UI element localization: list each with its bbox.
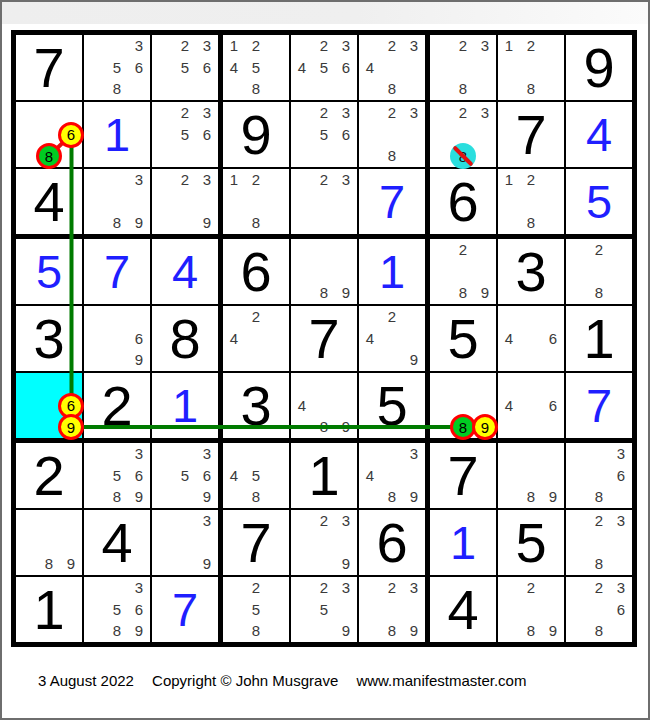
candidate-grid: 389	[84, 169, 150, 234]
candidate-digit: 3	[196, 169, 218, 191]
candidate-digit: 8	[588, 553, 610, 575]
candidate-digit: 3	[335, 577, 357, 599]
cell-r9c3[interactable]: 7	[152, 577, 218, 642]
cell-r4c3[interactable]: 4	[152, 239, 218, 304]
candidate-digit: 5	[106, 465, 128, 487]
candidate-empty	[152, 443, 174, 465]
candidate-digit: 4	[359, 57, 381, 79]
cell-r4c4[interactable]: 6	[223, 239, 289, 304]
candidate-empty	[498, 373, 520, 395]
solved-digit: 7	[379, 178, 405, 225]
candidate-digit: 5	[106, 57, 128, 79]
cell-r3c7[interactable]: 6	[430, 169, 496, 234]
candidate-empty	[106, 577, 128, 599]
candidate-empty	[60, 373, 82, 395]
candidate-empty	[430, 145, 452, 167]
cell-r2c6[interactable]: 238	[359, 102, 425, 167]
cell-r3c4[interactable]: 128	[223, 169, 289, 234]
candidate-digit: 1	[223, 169, 245, 191]
candidate-empty	[566, 239, 588, 261]
candidate-digit: 2	[174, 35, 196, 57]
given-digit: 4	[447, 582, 478, 638]
cell-r7c7[interactable]: 7	[430, 443, 496, 508]
cell-r3c1[interactable]: 4	[16, 169, 82, 234]
candidate-digit: 8	[588, 282, 610, 304]
candidate-digit: 5	[245, 465, 267, 487]
cell-r4c8[interactable]: 3	[498, 239, 564, 304]
candidate-digit: 9	[196, 486, 218, 508]
candidate-grid: 69	[84, 306, 150, 371]
candidate-grid: 239	[152, 169, 218, 234]
candidate-empty	[106, 35, 128, 57]
candidate-digit: 2	[452, 35, 474, 57]
candidate-empty	[403, 78, 425, 100]
cell-r5c4[interactable]: 24	[223, 306, 289, 371]
cell-r8c5[interactable]: 239	[291, 510, 357, 575]
cell-r5c8[interactable]: 46	[498, 306, 564, 371]
candidate-grid: 46	[498, 373, 564, 438]
candidate-empty	[291, 599, 313, 621]
candidate-empty	[452, 57, 474, 79]
candidate-empty	[174, 212, 196, 234]
candidate-empty	[566, 532, 588, 554]
cell-r9c8[interactable]: 289	[498, 577, 564, 642]
candidate-digit: 6	[60, 395, 82, 417]
cell-r3c5[interactable]: 23	[291, 169, 357, 234]
candidate-empty	[106, 306, 128, 328]
candidate-digit: 6	[196, 465, 218, 487]
candidate-digit: 8	[520, 212, 542, 234]
candidate-digit: 3	[128, 35, 150, 57]
cell-r4c1[interactable]: 5	[16, 239, 82, 304]
candidate-empty	[152, 465, 174, 487]
candidate-empty	[498, 577, 520, 599]
candidate-empty	[335, 145, 357, 167]
cell-r5c5[interactable]: 7	[291, 306, 357, 371]
given-digit: 5	[376, 378, 407, 434]
cell-r4c6[interactable]: 1	[359, 239, 425, 304]
cell-r1c6[interactable]: 2348	[359, 35, 425, 100]
candidate-empty	[403, 328, 425, 350]
candidate-digit: 9	[474, 282, 496, 304]
candidate-empty	[359, 145, 381, 167]
candidate-digit: 3	[196, 102, 218, 124]
candidate-empty	[267, 328, 289, 350]
candidate-empty	[359, 102, 381, 124]
given-digit: 7	[33, 40, 64, 96]
candidate-grid: 238	[430, 102, 496, 167]
candidate-digit: 2	[588, 510, 610, 532]
candidate-empty	[335, 373, 357, 395]
candidate-empty	[84, 212, 106, 234]
candidate-empty	[313, 373, 335, 395]
cell-r1c9[interactable]: 9	[566, 35, 632, 100]
candidate-digit: 3	[196, 510, 218, 532]
candidate-empty	[267, 35, 289, 57]
candidate-grid: 89	[430, 373, 496, 438]
cell-r6c7[interactable]: 89	[430, 373, 496, 438]
candidate-empty	[84, 620, 106, 642]
candidate-grid: 239	[291, 510, 357, 575]
candidate-digit: 8	[245, 486, 267, 508]
cell-r1c1[interactable]: 7	[16, 35, 82, 100]
candidate-digit: 5	[313, 599, 335, 621]
candidate-empty	[520, 443, 542, 465]
candidate-grid: 2356	[152, 35, 218, 100]
cell-r3c6[interactable]: 7	[359, 169, 425, 234]
candidate-empty	[313, 395, 335, 417]
cell-r2c4[interactable]: 9	[223, 102, 289, 167]
candidate-empty	[291, 191, 313, 213]
cell-r3c9[interactable]: 5	[566, 169, 632, 234]
candidate-empty	[245, 443, 267, 465]
candidate-digit: 5	[313, 57, 335, 79]
candidate-empty	[474, 373, 496, 395]
candidate-empty	[520, 395, 542, 417]
candidate-digit: 9	[60, 416, 82, 438]
cell-r5c2[interactable]: 69	[84, 306, 150, 371]
candidate-empty	[128, 191, 150, 213]
candidate-empty	[128, 306, 150, 328]
candidate-empty	[403, 465, 425, 487]
candidate-empty	[498, 620, 520, 642]
candidate-digit: 8	[245, 212, 267, 234]
cell-r6c3[interactable]: 1	[152, 373, 218, 438]
candidate-empty	[291, 169, 313, 191]
cell-r3c2[interactable]: 389	[84, 169, 150, 234]
candidate-empty	[38, 510, 60, 532]
candidate-digit: 2	[245, 577, 267, 599]
cell-r9c4[interactable]: 258	[223, 577, 289, 642]
candidate-empty	[403, 57, 425, 79]
candidate-empty	[566, 443, 588, 465]
candidate-empty	[245, 191, 267, 213]
solved-digit: 1	[450, 519, 476, 566]
candidate-empty	[152, 212, 174, 234]
candidate-digit: 9	[403, 486, 425, 508]
candidate-empty	[267, 169, 289, 191]
candidate-empty	[566, 577, 588, 599]
cell-r2c2[interactable]: 1	[84, 102, 150, 167]
solved-digit: 5	[586, 178, 612, 225]
cell-r8c9[interactable]: 238	[566, 510, 632, 575]
candidate-empty	[174, 532, 196, 554]
candidate-grid: 35689	[84, 443, 150, 508]
candidate-empty	[267, 57, 289, 79]
cell-r8c7[interactable]: 1	[430, 510, 496, 575]
cell-r5c6[interactable]: 249	[359, 306, 425, 371]
cell-r4c7[interactable]: 289	[430, 239, 496, 304]
candidate-empty	[291, 510, 313, 532]
candidate-empty	[335, 599, 357, 621]
cell-r7c8[interactable]: 89	[498, 443, 564, 508]
candidate-grid: 289	[498, 577, 564, 642]
cell-r6c1[interactable]: 69	[16, 373, 82, 438]
candidate-digit: 2	[588, 577, 610, 599]
candidate-empty	[196, 532, 218, 554]
cell-r1c7[interactable]: 238	[430, 35, 496, 100]
candidate-empty	[38, 102, 60, 124]
sudoku-page: 7356823561245823456234823812896812356923…	[0, 0, 650, 720]
candidate-digit: 2	[313, 102, 335, 124]
candidate-digit: 5	[245, 599, 267, 621]
candidate-empty	[223, 306, 245, 328]
given-digit: 6	[376, 515, 407, 571]
candidate-empty	[60, 510, 82, 532]
candidate-grid: 24	[223, 306, 289, 371]
cell-r8c8[interactable]: 5	[498, 510, 564, 575]
candidate-empty	[313, 620, 335, 642]
candidate-empty	[381, 599, 403, 621]
cell-r6c4[interactable]: 3	[223, 373, 289, 438]
candidate-digit: 2	[174, 102, 196, 124]
candidate-empty	[174, 486, 196, 508]
candidate-digit: 3	[610, 443, 632, 465]
cell-r5c3[interactable]: 8	[152, 306, 218, 371]
candidate-empty	[542, 169, 564, 191]
candidate-empty	[38, 373, 60, 395]
candidate-empty	[291, 373, 313, 395]
candidate-digit: 3	[128, 443, 150, 465]
candidate-empty	[359, 35, 381, 57]
candidate-digit: 9	[128, 349, 150, 371]
candidate-grid: 23	[291, 169, 357, 234]
candidate-empty	[60, 145, 82, 167]
candidate-empty	[16, 145, 38, 167]
cell-r7c6[interactable]: 3489	[359, 443, 425, 508]
candidate-empty	[335, 191, 357, 213]
cell-r2c8[interactable]: 7	[498, 102, 564, 167]
candidate-empty	[174, 145, 196, 167]
cell-r7c5[interactable]: 1	[291, 443, 357, 508]
candidate-digit: 6	[335, 124, 357, 146]
cell-r2c3[interactable]: 2356	[152, 102, 218, 167]
candidate-empty	[498, 416, 520, 438]
candidate-empty	[152, 102, 174, 124]
candidate-empty	[542, 349, 564, 371]
candidate-digit: 4	[498, 328, 520, 350]
cell-r7c9[interactable]: 368	[566, 443, 632, 508]
candidate-grid: 368	[566, 443, 632, 508]
candidate-empty	[588, 465, 610, 487]
candidate-digit: 4	[291, 395, 313, 417]
candidate-digit: 3	[128, 169, 150, 191]
cell-r8c1[interactable]: 89	[16, 510, 82, 575]
candidate-digit: 2	[520, 35, 542, 57]
candidate-digit: 9	[403, 349, 425, 371]
given-digit: 9	[583, 40, 614, 96]
given-digit: 3	[240, 378, 271, 434]
candidate-empty	[84, 349, 106, 371]
cell-r6c5[interactable]: 489	[291, 373, 357, 438]
candidate-grid: 3569	[152, 443, 218, 508]
given-digit: 3	[515, 244, 546, 300]
cell-r1c5[interactable]: 23456	[291, 35, 357, 100]
candidate-empty	[84, 169, 106, 191]
candidate-grid: 2356	[291, 102, 357, 167]
candidate-grid: 2356	[152, 102, 218, 167]
candidate-grid: 39	[152, 510, 218, 575]
cell-r9c9[interactable]: 2368	[566, 577, 632, 642]
cell-r5c1[interactable]: 3	[16, 306, 82, 371]
candidate-empty	[498, 465, 520, 487]
candidate-empty	[267, 465, 289, 487]
candidate-digit: 9	[128, 620, 150, 642]
candidate-digit: 6	[196, 57, 218, 79]
candidate-empty	[106, 349, 128, 371]
cell-r9c1[interactable]: 1	[16, 577, 82, 642]
cell-r2c5[interactable]: 2356	[291, 102, 357, 167]
cell-r9c6[interactable]: 2389	[359, 577, 425, 642]
candidate-empty	[498, 57, 520, 79]
cell-r6c2[interactable]: 2	[84, 373, 150, 438]
cell-r8c3[interactable]: 39	[152, 510, 218, 575]
candidate-empty	[542, 212, 564, 234]
candidate-digit: 4	[359, 328, 381, 350]
candidate-digit: 4	[223, 465, 245, 487]
candidate-empty	[498, 78, 520, 100]
candidate-empty	[223, 443, 245, 465]
cell-r4c5[interactable]: 89	[291, 239, 357, 304]
candidate-digit: 2	[520, 577, 542, 599]
candidate-empty	[359, 620, 381, 642]
candidate-grid: 258	[223, 577, 289, 642]
candidate-empty	[267, 443, 289, 465]
candidate-empty	[291, 416, 313, 438]
candidate-empty	[267, 78, 289, 100]
candidate-empty	[223, 620, 245, 642]
candidate-empty	[291, 261, 313, 283]
cell-r6c8[interactable]: 46	[498, 373, 564, 438]
candidate-empty	[566, 620, 588, 642]
candidate-empty	[38, 395, 60, 417]
candidate-empty	[223, 78, 245, 100]
candidate-empty	[291, 145, 313, 167]
candidate-digit: 8	[381, 145, 403, 167]
candidate-empty	[566, 261, 588, 283]
candidate-empty	[16, 416, 38, 438]
cell-r3c3[interactable]: 239	[152, 169, 218, 234]
candidate-digit: 3	[474, 35, 496, 57]
candidate-empty	[16, 510, 38, 532]
candidate-empty	[566, 553, 588, 575]
candidate-digit: 4	[359, 465, 381, 487]
candidate-empty	[474, 145, 496, 167]
candidate-empty	[291, 532, 313, 554]
candidate-empty	[359, 443, 381, 465]
candidate-digit: 9	[335, 416, 357, 438]
cell-r3c8[interactable]: 128	[498, 169, 564, 234]
cell-r1c3[interactable]: 2356	[152, 35, 218, 100]
candidate-empty	[542, 306, 564, 328]
given-digit: 4	[101, 515, 132, 571]
cell-r8c6[interactable]: 6	[359, 510, 425, 575]
candidate-empty	[291, 282, 313, 304]
cell-r4c2[interactable]: 7	[84, 239, 150, 304]
candidate-digit: 6	[128, 328, 150, 350]
cell-r7c2[interactable]: 35689	[84, 443, 150, 508]
cell-r4c9[interactable]: 28	[566, 239, 632, 304]
candidate-empty	[520, 465, 542, 487]
candidate-empty	[520, 599, 542, 621]
cell-r5c7[interactable]: 5	[430, 306, 496, 371]
cell-r5c9[interactable]: 1	[566, 306, 632, 371]
candidate-empty	[16, 373, 38, 395]
cell-r8c4[interactable]: 7	[223, 510, 289, 575]
candidate-digit: 5	[313, 124, 335, 146]
cell-r2c9[interactable]: 4	[566, 102, 632, 167]
candidate-empty	[60, 532, 82, 554]
candidate-empty	[291, 78, 313, 100]
cell-r7c1[interactable]: 2	[16, 443, 82, 508]
candidate-digit: 3	[196, 443, 218, 465]
candidate-digit: 4	[291, 57, 313, 79]
candidate-empty	[381, 443, 403, 465]
candidate-empty	[223, 212, 245, 234]
cell-r8c2[interactable]: 4	[84, 510, 150, 575]
cell-r2c7[interactable]: 238	[430, 102, 496, 167]
candidate-empty	[152, 35, 174, 57]
candidate-empty	[588, 599, 610, 621]
candidate-grid: 2389	[359, 577, 425, 642]
candidate-empty	[84, 78, 106, 100]
candidate-empty	[223, 191, 245, 213]
cell-r9c2[interactable]: 35689	[84, 577, 150, 642]
candidate-empty	[542, 191, 564, 213]
candidate-digit: 3	[335, 102, 357, 124]
cell-r7c4[interactable]: 458	[223, 443, 289, 508]
cell-r6c9[interactable]: 7	[566, 373, 632, 438]
cell-r6c6[interactable]: 5	[359, 373, 425, 438]
candidate-empty	[588, 443, 610, 465]
cell-r1c8[interactable]: 128	[498, 35, 564, 100]
cell-r2c1[interactable]: 68	[16, 102, 82, 167]
cell-r9c7[interactable]: 4	[430, 577, 496, 642]
solved-digit: 4	[586, 111, 612, 158]
candidate-empty	[152, 57, 174, 79]
candidate-digit: 3	[128, 577, 150, 599]
candidate-empty	[566, 465, 588, 487]
candidate-empty	[335, 239, 357, 261]
candidate-empty	[335, 212, 357, 234]
candidate-empty	[16, 532, 38, 554]
candidate-empty	[16, 124, 38, 146]
candidate-digit: 9	[128, 486, 150, 508]
candidate-grid: 238	[430, 35, 496, 100]
given-digit: 5	[447, 311, 478, 367]
given-digit: 7	[447, 448, 478, 504]
cell-r1c2[interactable]: 3568	[84, 35, 150, 100]
cell-r7c3[interactable]: 3569	[152, 443, 218, 508]
solved-digit: 1	[104, 111, 130, 158]
given-digit: 7	[515, 107, 546, 163]
cell-r1c4[interactable]: 12458	[223, 35, 289, 100]
candidate-digit: 9	[196, 553, 218, 575]
candidate-empty	[84, 328, 106, 350]
candidate-empty	[498, 306, 520, 328]
cell-r9c5[interactable]: 2359	[291, 577, 357, 642]
candidate-empty	[174, 191, 196, 213]
candidate-empty	[520, 191, 542, 213]
candidate-digit: 3	[403, 443, 425, 465]
candidate-empty	[610, 486, 632, 508]
candidate-grid: 89	[16, 510, 82, 575]
candidate-empty	[313, 553, 335, 575]
candidate-digit: 8	[245, 78, 267, 100]
candidate-empty	[430, 395, 452, 417]
candidate-digit: 9	[542, 486, 564, 508]
candidate-digit: 8	[452, 282, 474, 304]
